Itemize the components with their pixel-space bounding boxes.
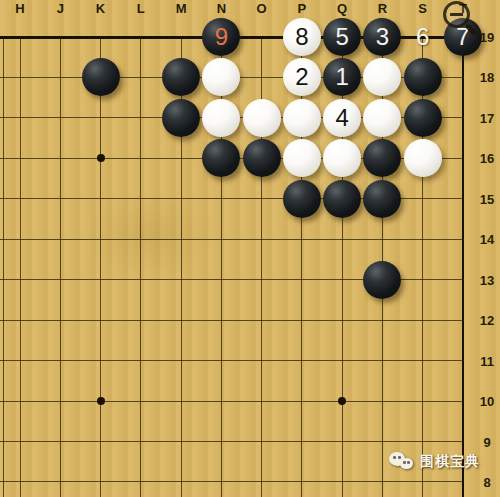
move-number-8: 8: [295, 25, 308, 49]
grid-line-col-K: [100, 37, 101, 497]
column-label-J: J: [57, 1, 64, 16]
column-label-M: M: [176, 1, 187, 16]
row-label-14: 14: [480, 232, 494, 247]
black-stone-M17: [162, 99, 200, 137]
move-number-4: 4: [335, 106, 348, 130]
move-number-5: 5: [335, 25, 348, 49]
white-stone-Q17: 4: [323, 99, 361, 137]
move-number-2: 2: [295, 65, 308, 89]
grid-line-row-9: [0, 441, 464, 442]
black-stone-R16: [363, 139, 401, 177]
grid-line-row-8: [0, 481, 464, 482]
column-label-O: O: [257, 1, 267, 16]
star-point-Q10: [338, 397, 346, 405]
white-stone-P16: [283, 139, 321, 177]
grid-line-row-12: [0, 320, 464, 321]
row-label-13: 13: [480, 272, 494, 287]
white-stone-N18: [202, 58, 240, 96]
column-label-K: K: [96, 1, 105, 16]
move-number-9: 9: [215, 25, 228, 49]
black-stone-P15: [283, 180, 321, 218]
row-label-18: 18: [480, 70, 494, 85]
black-stone-O16: [243, 139, 281, 177]
black-stone-K18: [82, 58, 120, 96]
row-label-8: 8: [483, 474, 490, 489]
white-stone-Q16: [323, 139, 361, 177]
column-label-P: P: [298, 1, 307, 16]
row-label-19: 19: [480, 30, 494, 45]
row-label-15: 15: [480, 191, 494, 206]
black-stone-N16: [202, 139, 240, 177]
captured-move-number-6: 6: [416, 23, 429, 51]
magnifier-zoom-out-icon[interactable]: [441, 0, 481, 39]
grid-line-col-L: [140, 37, 141, 497]
white-stone-O17: [243, 99, 281, 137]
minus-icon: [450, 13, 463, 16]
grid-line-row-14: [0, 239, 464, 240]
row-label-11: 11: [480, 353, 494, 368]
grid-line-row-10: [0, 401, 464, 402]
row-label-17: 17: [480, 110, 494, 125]
board-surface[interactable]: HJKLMNOPQRST1918171615141312111098985372…: [0, 0, 500, 497]
column-label-H: H: [15, 1, 24, 16]
row-label-16: 16: [480, 151, 494, 166]
magnifier-handle: [464, 23, 477, 36]
wechat-icon: [389, 452, 414, 471]
black-stone-Q15: [323, 180, 361, 218]
black-stone-N19: 9: [202, 18, 240, 56]
black-stone-S17: [404, 99, 442, 137]
column-label-R: R: [378, 1, 387, 16]
black-stone-S18: [404, 58, 442, 96]
column-label-L: L: [137, 1, 145, 16]
star-point-K10: [97, 397, 105, 405]
white-stone-S16: [404, 139, 442, 177]
column-label-S: S: [418, 1, 427, 16]
grid-line-col-H: [20, 37, 21, 497]
black-stone-R13: [363, 261, 401, 299]
row-label-9: 9: [483, 434, 490, 449]
white-stone-P19: 8: [283, 18, 321, 56]
white-stone-P17: [283, 99, 321, 137]
grid-line-col-J: [60, 37, 61, 497]
white-stone-N17: [202, 99, 240, 137]
white-stone-R17: [363, 99, 401, 137]
black-stone-R19: 3: [363, 18, 401, 56]
column-label-N: N: [217, 1, 226, 16]
move-number-3: 3: [376, 25, 389, 49]
go-app-screen: HJKLMNOPQRST1918171615141312111098985372…: [0, 0, 500, 497]
row-label-12: 12: [480, 313, 494, 328]
app-watermark: 围棋宝典: [389, 452, 480, 471]
white-stone-R18: [363, 58, 401, 96]
grid-line-row-11: [0, 360, 464, 361]
board-crop-left-line: [3, 37, 4, 497]
black-stone-Q18: 1: [323, 58, 361, 96]
row-label-10: 10: [480, 394, 494, 409]
column-label-Q: Q: [337, 1, 347, 16]
black-stone-M18: [162, 58, 200, 96]
watermark-text: 围棋宝典: [420, 453, 480, 471]
move-number-1: 1: [335, 65, 348, 89]
star-point-K16: [97, 154, 105, 162]
black-stone-R15: [363, 180, 401, 218]
grid-line-col-T: [462, 37, 464, 497]
black-stone-Q19: 5: [323, 18, 361, 56]
white-stone-P18: 2: [283, 58, 321, 96]
